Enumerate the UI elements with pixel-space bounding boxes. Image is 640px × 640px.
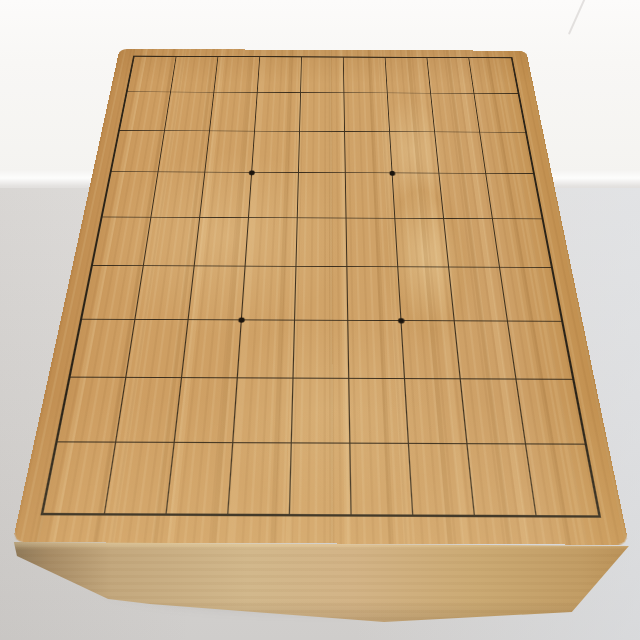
grid-cell [393, 173, 445, 218]
grid-cell [486, 174, 541, 219]
grid-cell [292, 379, 351, 444]
grid-cell [388, 93, 435, 132]
grid-cell [435, 132, 486, 174]
grid-cell [508, 321, 572, 380]
grid-cell [480, 132, 533, 174]
grid-cell [344, 93, 390, 132]
grid-cell [493, 219, 551, 268]
grid-cell [70, 319, 135, 378]
grid-cell [167, 442, 234, 513]
grid-cell [344, 58, 388, 94]
grid-cell [395, 218, 449, 267]
grid-cell [444, 219, 500, 268]
grid-cell [195, 218, 249, 267]
grid-cell [500, 268, 561, 322]
board-grid [41, 56, 602, 518]
grid-cell [43, 442, 116, 513]
photo-scene [0, 0, 640, 640]
grid-cell [461, 379, 526, 444]
grid-cell [228, 443, 291, 514]
grid-cell [350, 443, 413, 514]
grid-cell [427, 58, 474, 94]
grid-cell [93, 217, 152, 266]
hoshi-star-point [398, 318, 405, 324]
grid-cell [348, 320, 405, 379]
grid-cell [409, 443, 475, 514]
grid-cell [189, 266, 246, 320]
grid-cell [252, 131, 300, 173]
grid-cell [116, 378, 182, 442]
grid-cell [345, 132, 393, 174]
grid-cell [290, 443, 352, 514]
grid-cell [205, 131, 255, 173]
grid-cell [171, 57, 218, 93]
hoshi-star-point [389, 171, 395, 176]
grid-cell [103, 172, 159, 217]
grid-cell [294, 320, 350, 379]
grid-cell [526, 444, 598, 515]
grid-cell [349, 379, 409, 444]
grid-cell [233, 378, 293, 442]
grid-cell [398, 267, 454, 321]
grid-cell [402, 321, 461, 380]
grid-cell [144, 217, 200, 266]
grid-cell [405, 379, 467, 444]
grid-cell [135, 266, 194, 320]
grid-cell [295, 267, 348, 321]
grid-cell [210, 93, 258, 132]
grid-cell [299, 132, 346, 174]
grid-cell [474, 94, 525, 133]
board-top-face [12, 49, 629, 545]
grid-cell [347, 218, 399, 267]
grid-cell [449, 268, 508, 322]
grid-cell [182, 320, 242, 379]
hoshi-star-point [249, 171, 255, 176]
grid-cell [439, 174, 492, 219]
grid-cell [298, 173, 347, 218]
grid-cell [517, 380, 585, 445]
grid-cell [214, 57, 260, 93]
grid-cell [390, 132, 439, 174]
grid-cell [151, 172, 205, 217]
grid-cell [300, 93, 345, 132]
grid-cell [165, 93, 214, 132]
grid-cell [175, 378, 238, 442]
grid-cell [242, 267, 297, 321]
grid-cell [347, 267, 401, 321]
grid-cell [200, 173, 252, 218]
grid-cell [126, 320, 188, 379]
grid-cell [296, 218, 347, 267]
grid-cell [301, 57, 344, 93]
grid-cell [238, 320, 295, 379]
grid-cell [469, 58, 518, 94]
grid-cell [128, 57, 177, 93]
grid-cell [258, 57, 302, 93]
grid-cell [431, 94, 480, 133]
grid-cell [468, 444, 537, 515]
grid-cell [346, 173, 396, 218]
grid-cell [120, 92, 171, 131]
shogi-board [77, 0, 567, 546]
hoshi-star-point [238, 317, 245, 323]
grid-cell [82, 266, 144, 320]
grid-cell [455, 321, 517, 380]
grid-cell [112, 131, 165, 173]
grid-cell [386, 58, 432, 94]
grid-cell [58, 378, 127, 442]
grid-cell [246, 218, 298, 267]
grid-cell [249, 173, 299, 218]
grid-cell [158, 131, 210, 173]
grid-cell [105, 442, 175, 513]
grid-cell [255, 93, 301, 132]
